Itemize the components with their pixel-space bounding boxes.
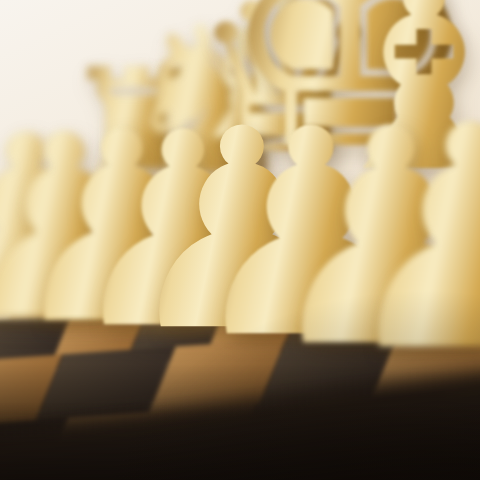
gold-pawn[interactable]: ♟ (316, 86, 480, 394)
photo-scene: ♜♞♝♛♚♝♟♟♟♟♟♟♟♟ (0, 0, 480, 480)
